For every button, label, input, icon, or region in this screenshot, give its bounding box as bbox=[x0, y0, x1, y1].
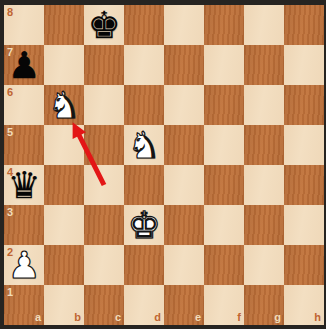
square-d6[interactable] bbox=[124, 85, 164, 125]
black-pawn[interactable]: ♟ bbox=[4, 45, 44, 85]
square-e4[interactable] bbox=[164, 165, 204, 205]
rank-label-6: 6 bbox=[7, 87, 13, 98]
square-a2[interactable]: 2♟ bbox=[4, 245, 44, 285]
white-knight[interactable]: ♞ bbox=[124, 125, 164, 165]
file-label-g: g bbox=[274, 312, 281, 323]
square-d4[interactable] bbox=[124, 165, 164, 205]
square-e7[interactable] bbox=[164, 45, 204, 85]
square-c6[interactable] bbox=[84, 85, 124, 125]
file-label-b: b bbox=[74, 312, 81, 323]
square-a8[interactable]: 8 bbox=[4, 5, 44, 45]
square-e2[interactable] bbox=[164, 245, 204, 285]
square-h4[interactable] bbox=[284, 165, 324, 205]
square-a4[interactable]: 4♛ bbox=[4, 165, 44, 205]
square-c3[interactable] bbox=[84, 205, 124, 245]
file-label-d: d bbox=[154, 312, 161, 323]
square-b1[interactable]: b bbox=[44, 285, 84, 325]
square-a5[interactable]: 5 bbox=[4, 125, 44, 165]
square-g5[interactable] bbox=[244, 125, 284, 165]
square-a1[interactable]: 1a bbox=[4, 285, 44, 325]
square-d5[interactable]: ♞ bbox=[124, 125, 164, 165]
square-c1[interactable]: c bbox=[84, 285, 124, 325]
square-d8[interactable] bbox=[124, 5, 164, 45]
white-pawn[interactable]: ♟ bbox=[4, 245, 44, 285]
square-b8[interactable] bbox=[44, 5, 84, 45]
square-d7[interactable] bbox=[124, 45, 164, 85]
square-f4[interactable] bbox=[204, 165, 244, 205]
square-h1[interactable]: h bbox=[284, 285, 324, 325]
square-a6[interactable]: 6 bbox=[4, 85, 44, 125]
rank-label-3: 3 bbox=[7, 207, 13, 218]
square-f6[interactable] bbox=[204, 85, 244, 125]
square-e1[interactable]: e bbox=[164, 285, 204, 325]
square-f5[interactable] bbox=[204, 125, 244, 165]
square-f2[interactable] bbox=[204, 245, 244, 285]
rank-label-1: 1 bbox=[7, 287, 13, 298]
file-label-a: a bbox=[35, 312, 41, 323]
file-label-h: h bbox=[314, 312, 321, 323]
square-a3[interactable]: 3 bbox=[4, 205, 44, 245]
file-label-e: e bbox=[195, 312, 201, 323]
square-e3[interactable] bbox=[164, 205, 204, 245]
square-e6[interactable] bbox=[164, 85, 204, 125]
square-f1[interactable]: f bbox=[204, 285, 244, 325]
square-h2[interactable] bbox=[284, 245, 324, 285]
square-b2[interactable] bbox=[44, 245, 84, 285]
file-label-c: c bbox=[115, 312, 121, 323]
black-king[interactable]: ♚ bbox=[84, 5, 124, 45]
file-label-f: f bbox=[237, 312, 241, 323]
square-d3[interactable]: ♚ bbox=[124, 205, 164, 245]
rank-label-5: 5 bbox=[7, 127, 13, 138]
square-f7[interactable] bbox=[204, 45, 244, 85]
chess-board-container: 8♚7♟6♞5♞4♛3♚2♟1abcdefgh bbox=[4, 5, 324, 325]
square-c8[interactable]: ♚ bbox=[84, 5, 124, 45]
square-h8[interactable] bbox=[284, 5, 324, 45]
square-e5[interactable] bbox=[164, 125, 204, 165]
square-g6[interactable] bbox=[244, 85, 284, 125]
square-h6[interactable] bbox=[284, 85, 324, 125]
square-d2[interactable] bbox=[124, 245, 164, 285]
square-e8[interactable] bbox=[164, 5, 204, 45]
square-b3[interactable] bbox=[44, 205, 84, 245]
square-b4[interactable] bbox=[44, 165, 84, 205]
square-c5[interactable] bbox=[84, 125, 124, 165]
square-h3[interactable] bbox=[284, 205, 324, 245]
square-c2[interactable] bbox=[84, 245, 124, 285]
rank-label-8: 8 bbox=[7, 7, 13, 18]
square-h5[interactable] bbox=[284, 125, 324, 165]
chess-board: 8♚7♟6♞5♞4♛3♚2♟1abcdefgh bbox=[4, 5, 324, 325]
square-g7[interactable] bbox=[244, 45, 284, 85]
white-knight[interactable]: ♞ bbox=[44, 85, 84, 125]
square-g1[interactable]: g bbox=[244, 285, 284, 325]
square-b5[interactable] bbox=[44, 125, 84, 165]
black-queen[interactable]: ♛ bbox=[4, 165, 44, 205]
square-g3[interactable] bbox=[244, 205, 284, 245]
square-a7[interactable]: 7♟ bbox=[4, 45, 44, 85]
square-c4[interactable] bbox=[84, 165, 124, 205]
square-f3[interactable] bbox=[204, 205, 244, 245]
white-king[interactable]: ♚ bbox=[124, 205, 164, 245]
square-d1[interactable]: d bbox=[124, 285, 164, 325]
square-g8[interactable] bbox=[244, 5, 284, 45]
square-g2[interactable] bbox=[244, 245, 284, 285]
square-c7[interactable] bbox=[84, 45, 124, 85]
square-g4[interactable] bbox=[244, 165, 284, 205]
square-b6[interactable]: ♞ bbox=[44, 85, 84, 125]
square-f8[interactable] bbox=[204, 5, 244, 45]
square-h7[interactable] bbox=[284, 45, 324, 85]
square-b7[interactable] bbox=[44, 45, 84, 85]
